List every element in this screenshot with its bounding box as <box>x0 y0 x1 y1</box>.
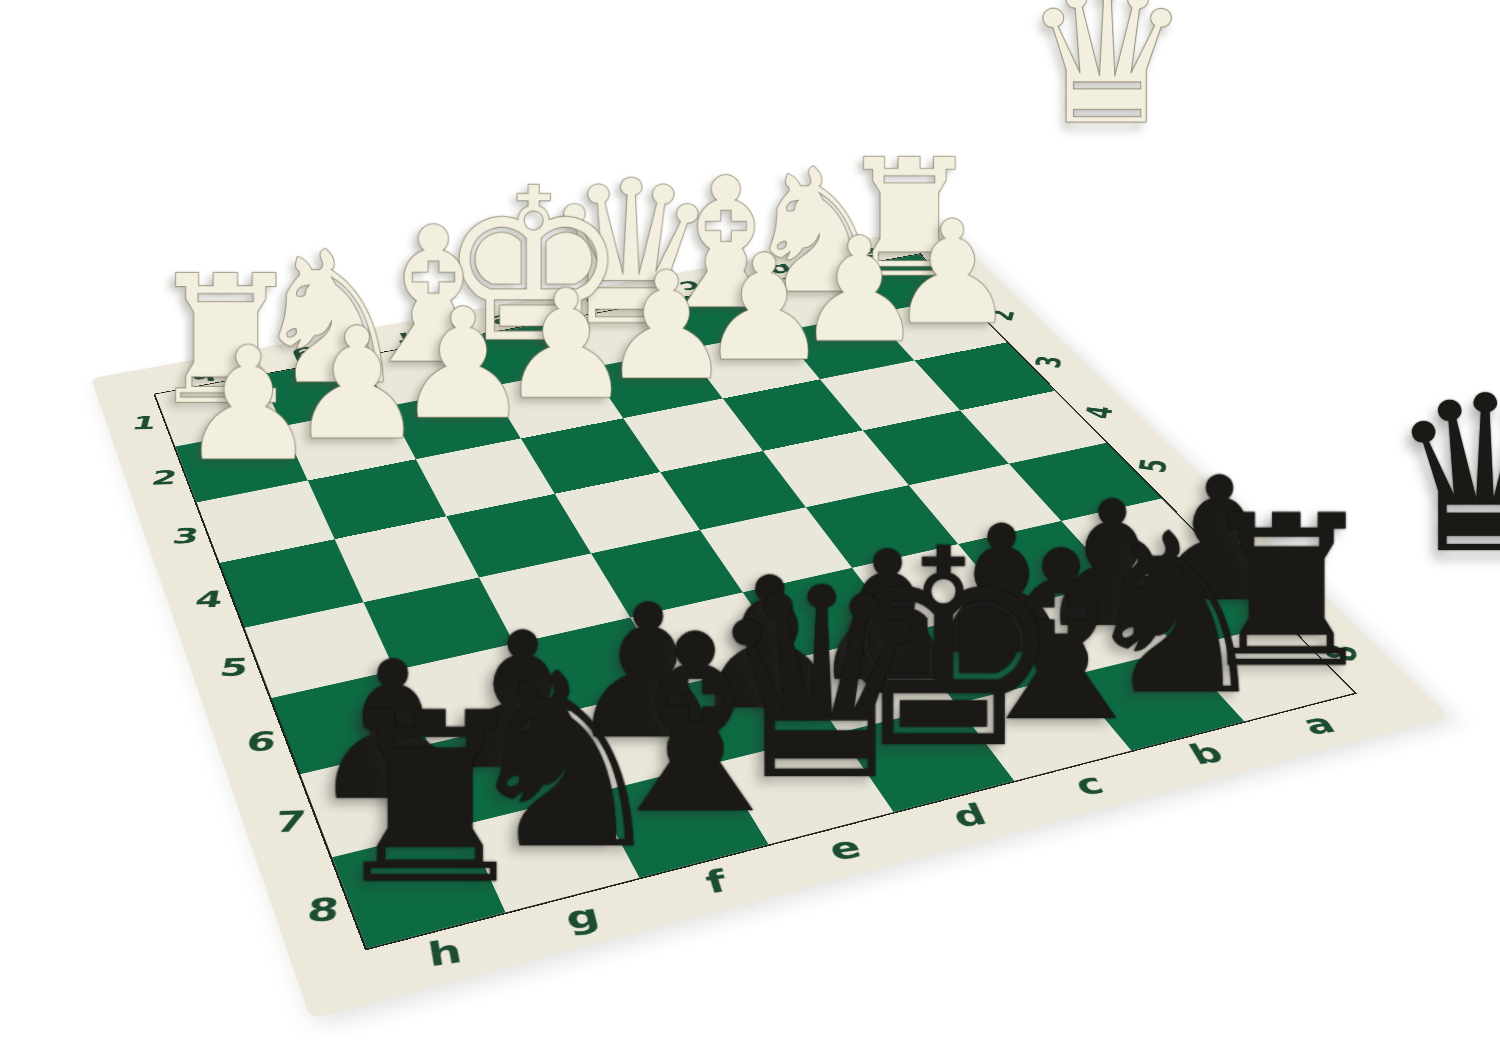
extra-black-queen: ♛ <box>1388 368 1500 584</box>
chess-set-photo: hgfedcba hgfedcba 12345678 12345678 ♜♞♝♚… <box>0 0 1500 1051</box>
rank-label-left-3: 3 <box>170 524 201 549</box>
chess-board-3d: hgfedcba hgfedcba 12345678 12345678 ♜♞♝♚… <box>91 225 1449 1019</box>
extra-white-queen: ♛ <box>1022 0 1192 152</box>
rank-label-left-2: 2 <box>149 466 180 489</box>
rank-label-left-5: 5 <box>218 653 251 682</box>
file-label-near-c: c <box>1069 767 1110 802</box>
file-label-near-e: e <box>824 830 866 868</box>
vinyl-roll-up-mat: hgfedcba hgfedcba 12345678 12345678 ♜♞♝♚… <box>91 225 1449 1019</box>
rank-label-left-6: 6 <box>244 726 278 758</box>
file-label-near-d: d <box>947 798 992 835</box>
file-label-near-a: a <box>1295 708 1341 741</box>
file-label-near-g: g <box>562 897 603 938</box>
rank-label-left-4: 4 <box>193 586 225 613</box>
file-label-near-b: b <box>1182 737 1229 771</box>
black-rook-h8: ♜ <box>324 689 534 912</box>
board-grid: ♜♞♝♚♛♝♞♜♟♟♟♟♟♟♟♟♟♟♟♟♟♟♟♟♜♞♝♛♚♝♞♜ <box>153 253 1357 950</box>
file-label-near-f: f <box>701 863 731 901</box>
rank-label-left-7: 7 <box>273 805 308 840</box>
rank-label-left-1: 1 <box>130 412 160 434</box>
file-label-near-h: h <box>425 932 465 974</box>
